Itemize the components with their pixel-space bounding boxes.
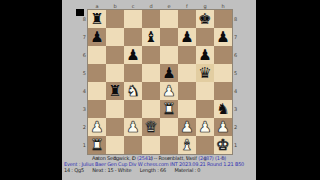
- square-h7: ♟: [214, 28, 232, 46]
- file-label-b: b: [106, 3, 124, 9]
- square-f8: [178, 10, 196, 28]
- square-d2: ♛: [142, 118, 160, 136]
- square-a2: ♟: [88, 118, 106, 136]
- square-b5: [106, 64, 124, 82]
- rank-label-2: 2: [234, 118, 242, 136]
- square-d7: ♝: [142, 28, 160, 46]
- rank-label-5: 5: [78, 64, 86, 82]
- square-f7: ♟: [178, 28, 196, 46]
- square-c3: [124, 100, 142, 118]
- file-label-f: f: [178, 155, 196, 161]
- piece-white-pawn: ♟: [180, 118, 193, 136]
- piece-black-pawn: ♟: [90, 28, 103, 46]
- square-d5: [142, 64, 160, 82]
- rank-label-6: 6: [78, 46, 86, 64]
- square-g4: [196, 82, 214, 100]
- square-g6: ♟: [196, 46, 214, 64]
- next-move-label: Next : 15 - White: [92, 167, 131, 173]
- rank-label-4: 4: [234, 82, 242, 100]
- piece-black-pawn: ♟: [216, 28, 229, 46]
- square-e3: ♜: [160, 100, 178, 118]
- piece-white-queen: ♛: [144, 118, 157, 136]
- square-h5: [214, 64, 232, 82]
- file-label-e: e: [160, 3, 178, 9]
- square-h4: [214, 82, 232, 100]
- square-a4: [88, 82, 106, 100]
- piece-black-king: ♚: [198, 10, 211, 28]
- square-b8: [106, 10, 124, 28]
- file-label-h: h: [214, 155, 232, 161]
- square-e6: [160, 46, 178, 64]
- square-f2: ♟: [178, 118, 196, 136]
- square-a8: ♜: [88, 10, 106, 28]
- rank-labels-left: 87654321: [78, 10, 86, 154]
- square-c7: [124, 28, 142, 46]
- square-d3: [142, 100, 160, 118]
- square-f1: ♝: [178, 136, 196, 154]
- piece-black-rook: ♜: [108, 82, 121, 100]
- square-g5: ♛: [196, 64, 214, 82]
- square-c1: [124, 136, 142, 154]
- piece-white-rook: ♜: [162, 100, 175, 118]
- rank-labels-right: 87654321: [234, 10, 242, 154]
- rank-label-8: 8: [234, 10, 242, 28]
- piece-white-pawn: ♟: [90, 118, 103, 136]
- square-d6: [142, 46, 160, 64]
- board-panel: abcdefgh 87654321 ♜♚♟♝♟♟♟♟♟♛♜♞♟♜♞♟♟♛♟♟♟♜…: [62, 0, 256, 180]
- square-f5: [178, 64, 196, 82]
- piece-black-queen: ♛: [198, 64, 211, 82]
- rank-label-1: 1: [78, 136, 86, 154]
- piece-black-knight: ♞: [216, 100, 229, 118]
- piece-black-bishop: ♝: [144, 28, 157, 46]
- square-b6: [106, 46, 124, 64]
- square-e4: ♟: [160, 82, 178, 100]
- file-label-f: f: [178, 3, 196, 9]
- file-label-a: a: [88, 3, 106, 9]
- piece-black-pawn: ♟: [162, 64, 175, 82]
- file-label-h: h: [214, 3, 232, 9]
- square-d1: [142, 136, 160, 154]
- square-b3: [106, 100, 124, 118]
- square-d4: [142, 82, 160, 100]
- last-move-label: 14 : Qg5: [64, 167, 84, 173]
- file-label-g: g: [196, 3, 214, 9]
- rank-label-7: 7: [234, 28, 242, 46]
- game-length-label: Length : 66: [140, 167, 166, 173]
- piece-black-pawn: ♟: [180, 28, 193, 46]
- square-g8: ♚: [196, 10, 214, 28]
- file-label-g: g: [196, 155, 214, 161]
- square-h6: [214, 46, 232, 64]
- square-c2: ♟: [124, 118, 142, 136]
- rank-label-3: 3: [234, 100, 242, 118]
- square-h3: ♞: [214, 100, 232, 118]
- square-c6: ♟: [124, 46, 142, 64]
- event-line: Event : Julius Baer Gen Cup Div W chess.…: [64, 161, 244, 167]
- square-d8: [142, 10, 160, 28]
- square-a5: [88, 64, 106, 82]
- file-label-d: d: [142, 3, 160, 9]
- square-b7: [106, 28, 124, 46]
- piece-black-pawn: ♟: [198, 46, 211, 64]
- video-letterbox-right: [256, 0, 320, 180]
- square-f6: [178, 46, 196, 64]
- piece-white-pawn: ♟: [162, 82, 175, 100]
- file-label-c: c: [124, 155, 142, 161]
- video-letterbox-left: [0, 0, 62, 180]
- file-label-e: e: [160, 155, 178, 161]
- rank-label-6: 6: [234, 46, 242, 64]
- move-line: 14 : Qg5 Next : 15 - White Length : 66 M…: [64, 167, 207, 173]
- rank-label-5: 5: [234, 64, 242, 82]
- square-e5: ♟: [160, 64, 178, 82]
- square-a1: ♜: [88, 136, 106, 154]
- square-c8: [124, 10, 142, 28]
- piece-white-knight: ♞: [126, 82, 139, 100]
- rank-label-1: 1: [234, 136, 242, 154]
- square-g3: [196, 100, 214, 118]
- square-f3: [178, 100, 196, 118]
- piece-white-pawn: ♟: [216, 118, 229, 136]
- file-label-c: c: [124, 3, 142, 9]
- chess-board: ♜♚♟♝♟♟♟♟♟♛♜♞♟♜♞♟♟♛♟♟♟♜♝♚: [88, 10, 232, 154]
- file-labels-bottom: abcdefgh: [88, 155, 232, 161]
- rank-label-3: 3: [78, 100, 86, 118]
- square-h8: [214, 10, 232, 28]
- square-e1: [160, 136, 178, 154]
- file-label-a: a: [88, 155, 106, 161]
- piece-white-rook: ♜: [90, 136, 103, 154]
- rank-label-7: 7: [78, 28, 86, 46]
- square-f4: [178, 82, 196, 100]
- rank-label-2: 2: [78, 118, 86, 136]
- square-c5: [124, 64, 142, 82]
- material-label: Material : 0: [174, 167, 200, 173]
- square-g7: [196, 28, 214, 46]
- piece-white-bishop: ♝: [180, 136, 193, 154]
- file-label-b: b: [106, 155, 124, 161]
- file-labels-top: abcdefgh: [88, 3, 232, 9]
- square-g1: [196, 136, 214, 154]
- square-b4: ♜: [106, 82, 124, 100]
- piece-white-pawn: ♟: [126, 118, 139, 136]
- square-h2: ♟: [214, 118, 232, 136]
- square-e8: [160, 10, 178, 28]
- square-h1: ♚: [214, 136, 232, 154]
- square-a7: ♟: [88, 28, 106, 46]
- square-e2: [160, 118, 178, 136]
- piece-white-king: ♚: [216, 136, 229, 154]
- square-g2: ♟: [196, 118, 214, 136]
- rank-label-8: 8: [78, 10, 86, 28]
- file-label-d: d: [142, 155, 160, 161]
- square-b2: [106, 118, 124, 136]
- square-a6: [88, 46, 106, 64]
- piece-white-pawn: ♟: [198, 118, 211, 136]
- rank-label-4: 4: [78, 82, 86, 100]
- square-b1: [106, 136, 124, 154]
- square-c4: ♞: [124, 82, 142, 100]
- piece-black-pawn: ♟: [126, 46, 139, 64]
- square-e7: [160, 28, 178, 46]
- square-a3: [88, 100, 106, 118]
- piece-black-rook: ♜: [90, 10, 103, 28]
